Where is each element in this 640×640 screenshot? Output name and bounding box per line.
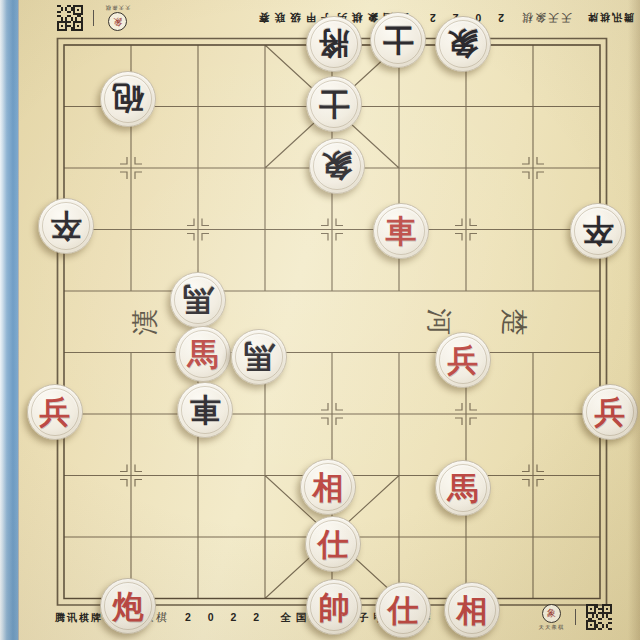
- piece-red-仕-f4r8[interactable]: 仕: [305, 516, 361, 572]
- piece-black-士-f5r0[interactable]: 士: [370, 12, 426, 68]
- piece-red-兵-f8r6[interactable]: 兵: [582, 384, 638, 440]
- piece-black-象-f6r0[interactable]: 象: [435, 16, 491, 72]
- piece-red-仕-f5r9[interactable]: 仕: [375, 582, 431, 638]
- piece-black-象-f4r2[interactable]: 象: [309, 138, 365, 194]
- piece-red-車-f5r3[interactable]: 車: [373, 203, 429, 259]
- piece-black-卒-f0r3[interactable]: 卒: [38, 198, 94, 254]
- piece-black-將-f4r0[interactable]: 將: [306, 16, 362, 72]
- piece-red-兵-f0r6[interactable]: 兵: [27, 384, 83, 440]
- piece-black-車-f2r6[interactable]: 車: [177, 382, 233, 438]
- piece-red-相-f6r9[interactable]: 相: [444, 582, 500, 638]
- piece-black-士-f4r1[interactable]: 士: [306, 76, 362, 132]
- piece-red-兵-f6r5[interactable]: 兵: [435, 332, 491, 388]
- piece-black-馬-f3r5[interactable]: 馬: [231, 329, 287, 385]
- piece-red-馬-f6r7[interactable]: 馬: [435, 460, 491, 516]
- piece-black-馬-f2r4[interactable]: 馬: [170, 272, 226, 328]
- table-edge: [0, 0, 19, 640]
- piece-black-卒-f8r3[interactable]: 卒: [570, 203, 626, 259]
- brand-logo-caption: 天天象棋: [105, 5, 131, 12]
- piece-red-相-f4r7[interactable]: 相: [300, 459, 356, 515]
- board-grid: 將士象砲士象卒卒車馬馬馬兵兵車兵相馬仕炮帥仕相: [31, 14, 634, 629]
- xiangqi-board: 漢 河 楚 將士象砲士象卒卒車馬馬馬兵兵車兵相馬仕炮帥仕相 腾讯棋牌 天天象棋 …: [0, 0, 640, 640]
- piece-red-炮-f1r9[interactable]: 炮: [100, 578, 156, 634]
- piece-red-馬-f2r5[interactable]: 馬: [175, 326, 231, 382]
- piece-red-帥-f4r9[interactable]: 帥: [306, 579, 362, 635]
- piece-black-砲-f1r1[interactable]: 砲: [100, 71, 156, 127]
